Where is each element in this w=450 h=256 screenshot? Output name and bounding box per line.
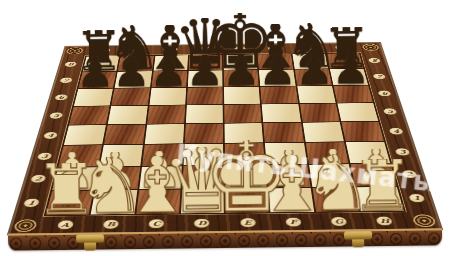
brass-latch-icon bbox=[76, 234, 104, 242]
coord-file-b-bottom: B bbox=[102, 219, 120, 229]
square-b5[interactable] bbox=[108, 106, 147, 125]
coord-file-g-bottom: G bbox=[330, 216, 349, 226]
coord-rank-5-left: 5 bbox=[48, 112, 64, 119]
square-f6[interactable] bbox=[260, 86, 297, 103]
square-c6[interactable] bbox=[149, 88, 186, 105]
coord-file-e-bottom: E bbox=[239, 218, 256, 228]
square-b6[interactable] bbox=[112, 88, 150, 105]
square-e6[interactable] bbox=[224, 87, 260, 104]
coord-rank-6-left: 6 bbox=[54, 94, 69, 101]
coord-file-d-bottom: D bbox=[194, 218, 211, 228]
coord-rank-6-right: 6 bbox=[377, 90, 393, 97]
square-g5[interactable] bbox=[300, 103, 340, 121]
chess-board: AABBCCDDEEFFGGHH8877665544332211♜♞♝♛♚♝♞♜… bbox=[8, 42, 442, 234]
coord-rank-4-left: 4 bbox=[42, 131, 59, 139]
coord-file-f-bottom: F bbox=[284, 217, 302, 227]
square-a5[interactable] bbox=[69, 106, 110, 125]
square-h6[interactable] bbox=[333, 85, 373, 102]
coord-file-c-bottom: C bbox=[148, 219, 166, 229]
corner-rosette-icon bbox=[412, 214, 438, 227]
square-c5[interactable] bbox=[147, 105, 185, 124]
chess-set-photo: AABBCCDDEEFFGGHH8877665544332211♜♞♝♛♚♝♞♜… bbox=[0, 0, 450, 256]
coord-file-h-bottom: H bbox=[375, 216, 394, 226]
perspective-scene: AABBCCDDEEFFGGHH8877665544332211♜♞♝♛♚♝♞♜… bbox=[0, 0, 450, 256]
square-d6[interactable] bbox=[187, 87, 223, 104]
coord-file-a-bottom: A bbox=[56, 220, 75, 230]
coord-rank-4-right: 4 bbox=[388, 127, 405, 135]
corner-rosette-icon bbox=[13, 219, 38, 232]
square-h5[interactable] bbox=[337, 103, 378, 121]
brass-latch-icon bbox=[344, 231, 372, 239]
square-a6[interactable] bbox=[74, 88, 113, 105]
square-g6[interactable] bbox=[297, 86, 335, 103]
photo-frame: AABBCCDDEEFFGGHH8877665544332211♜♞♝♛♚♝♞♜… bbox=[0, 0, 450, 256]
coord-rank-5-right: 5 bbox=[382, 108, 398, 115]
